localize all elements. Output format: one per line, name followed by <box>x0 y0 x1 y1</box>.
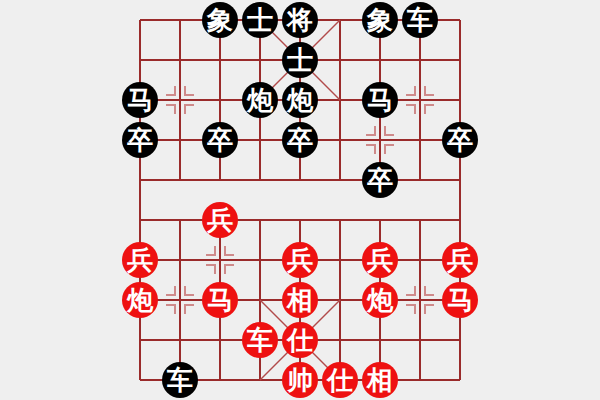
red-soldier[interactable]: 兵 <box>362 242 398 278</box>
red-soldier[interactable]: 兵 <box>202 202 238 238</box>
black-chariot[interactable]: 车 <box>162 362 198 398</box>
red-soldier[interactable]: 兵 <box>442 242 478 278</box>
red-general[interactable]: 帅 <box>282 362 318 398</box>
piece-layer: 象士将象车士马炮炮马卒卒卒卒卒兵兵兵兵兵炮马相炮马车仕车帅仕相 <box>120 0 480 400</box>
black-cannon[interactable]: 炮 <box>282 82 318 118</box>
black-advisor[interactable]: 士 <box>282 42 318 78</box>
black-soldier[interactable]: 卒 <box>122 122 158 158</box>
black-soldier[interactable]: 卒 <box>362 162 398 198</box>
red-soldier[interactable]: 兵 <box>122 242 158 278</box>
black-horse[interactable]: 马 <box>122 82 158 118</box>
red-advisor[interactable]: 仕 <box>282 322 318 358</box>
black-elephant[interactable]: 象 <box>362 2 398 38</box>
red-horse[interactable]: 马 <box>442 282 478 318</box>
black-horse[interactable]: 马 <box>362 82 398 118</box>
red-advisor[interactable]: 仕 <box>322 362 358 398</box>
xiangqi-board: 象士将象车士马炮炮马卒卒卒卒卒兵兵兵兵兵炮马相炮马车仕车帅仕相 <box>0 0 600 400</box>
black-general[interactable]: 将 <box>282 2 318 38</box>
red-horse[interactable]: 马 <box>202 282 238 318</box>
black-soldier[interactable]: 卒 <box>442 122 478 158</box>
black-advisor[interactable]: 士 <box>242 2 278 38</box>
red-cannon[interactable]: 炮 <box>122 282 158 318</box>
black-chariot[interactable]: 车 <box>402 2 438 38</box>
black-soldier[interactable]: 卒 <box>282 122 318 158</box>
red-elephant[interactable]: 相 <box>362 362 398 398</box>
red-chariot[interactable]: 车 <box>242 322 278 358</box>
red-soldier[interactable]: 兵 <box>282 242 318 278</box>
black-cannon[interactable]: 炮 <box>242 82 278 118</box>
black-elephant[interactable]: 象 <box>202 2 238 38</box>
red-elephant[interactable]: 相 <box>282 282 318 318</box>
red-cannon[interactable]: 炮 <box>362 282 398 318</box>
black-soldier[interactable]: 卒 <box>202 122 238 158</box>
